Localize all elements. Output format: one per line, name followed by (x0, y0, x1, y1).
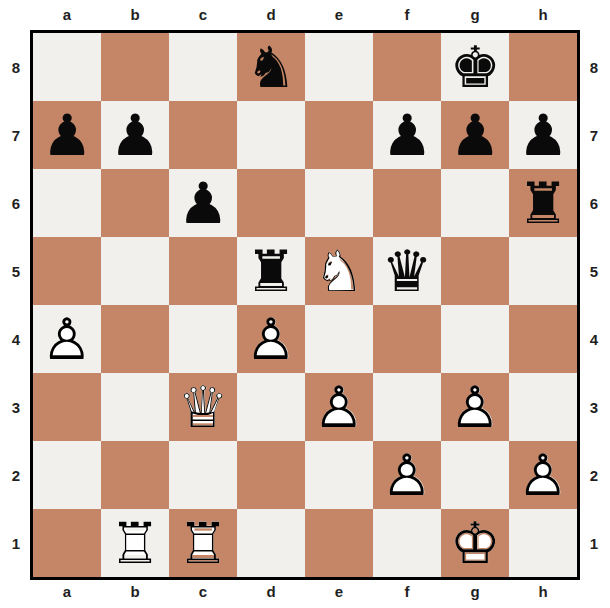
black-piece-glyph: ♟ (101, 101, 169, 169)
rank-label-8: 8 (582, 33, 606, 101)
black-piece-glyph: ♟ (373, 101, 441, 169)
file-label-d: d (237, 3, 305, 27)
rank-label-8: 8 (4, 33, 28, 101)
square-d4[interactable]: ♟♙ (237, 305, 305, 373)
square-b4[interactable] (101, 305, 169, 373)
white-piece-outline: ♙ (441, 373, 509, 441)
square-c3[interactable]: ♛♕ (169, 373, 237, 441)
black-pawn-g7[interactable]: ♟ (441, 101, 509, 169)
black-piece-glyph: ♟ (33, 101, 101, 169)
square-d8[interactable]: ♞ (237, 33, 305, 101)
square-e4[interactable] (305, 305, 373, 373)
white-pawn-f2[interactable]: ♟♙ (373, 441, 441, 509)
file-label-g: g (441, 3, 509, 27)
white-piece-outline: ♕ (169, 373, 237, 441)
square-f4[interactable] (373, 305, 441, 373)
file-label-b: b (101, 580, 169, 604)
square-g5[interactable] (441, 237, 509, 305)
black-knight-d8[interactable]: ♞ (237, 33, 305, 101)
black-queen-f5[interactable]: ♛ (373, 237, 441, 305)
square-g3[interactable]: ♟♙ (441, 373, 509, 441)
white-piece-outline: ♖ (169, 509, 237, 577)
black-piece-glyph: ♚ (441, 33, 509, 101)
white-queen-c3[interactable]: ♛♕ (169, 373, 237, 441)
rank-label-3: 3 (4, 373, 28, 441)
rank-label-2: 2 (582, 441, 606, 509)
white-piece-outline: ♙ (509, 441, 577, 509)
file-label-e: e (305, 3, 373, 27)
square-c8[interactable] (169, 33, 237, 101)
black-piece-glyph: ♟ (169, 169, 237, 237)
black-pawn-f7[interactable]: ♟ (373, 101, 441, 169)
square-h7[interactable]: ♟ (509, 101, 577, 169)
square-f8[interactable] (373, 33, 441, 101)
white-pawn-g3[interactable]: ♟♙ (441, 373, 509, 441)
file-label-a: a (33, 580, 101, 604)
square-d6[interactable] (237, 169, 305, 237)
square-h4[interactable] (509, 305, 577, 373)
square-h8[interactable] (509, 33, 577, 101)
white-pawn-e3[interactable]: ♟♙ (305, 373, 373, 441)
square-e7[interactable] (305, 101, 373, 169)
square-g4[interactable] (441, 305, 509, 373)
rank-label-6: 6 (4, 169, 28, 237)
white-pawn-d4[interactable]: ♟♙ (237, 305, 305, 373)
rank-label-1: 1 (582, 509, 606, 577)
square-d1[interactable] (237, 509, 305, 577)
white-rook-c1[interactable]: ♜♖ (169, 509, 237, 577)
black-rook-h6[interactable]: ♜ (509, 169, 577, 237)
square-h3[interactable] (509, 373, 577, 441)
white-pawn-h2[interactable]: ♟♙ (509, 441, 577, 509)
rank-label-7: 7 (582, 101, 606, 169)
square-b1[interactable]: ♜♖ (101, 509, 169, 577)
rank-label-7: 7 (4, 101, 28, 169)
square-b2[interactable] (101, 441, 169, 509)
rank-label-1: 1 (4, 509, 28, 577)
square-c4[interactable] (169, 305, 237, 373)
square-c6[interactable]: ♟ (169, 169, 237, 237)
file-label-c: c (169, 3, 237, 27)
square-b7[interactable]: ♟ (101, 101, 169, 169)
black-piece-glyph: ♛ (373, 237, 441, 305)
square-c2[interactable] (169, 441, 237, 509)
rank-label-2: 2 (4, 441, 28, 509)
square-f2[interactable]: ♟♙ (373, 441, 441, 509)
square-g1[interactable]: ♚♔ (441, 509, 509, 577)
white-knight-e5[interactable]: ♞♘ (305, 237, 373, 305)
file-label-e: e (305, 580, 373, 604)
file-label-f: f (373, 3, 441, 27)
square-g8[interactable]: ♚ (441, 33, 509, 101)
square-c7[interactable] (169, 101, 237, 169)
square-a2[interactable] (33, 441, 101, 509)
square-d3[interactable] (237, 373, 305, 441)
white-king-g1[interactable]: ♚♔ (441, 509, 509, 577)
black-pawn-h7[interactable]: ♟ (509, 101, 577, 169)
white-rook-b1[interactable]: ♜♖ (101, 509, 169, 577)
rank-label-5: 5 (4, 237, 28, 305)
square-f1[interactable] (373, 509, 441, 577)
black-piece-glyph: ♞ (237, 33, 305, 101)
square-b5[interactable] (101, 237, 169, 305)
chess-board: ♞♚♟♟♟♟♟♟♜♜♞♘♛♟♙♟♙♛♕♟♙♟♙♟♙♟♙♜♖♜♖♚♔ (30, 30, 580, 580)
square-d7[interactable] (237, 101, 305, 169)
rank-label-6: 6 (582, 169, 606, 237)
square-f5[interactable]: ♛ (373, 237, 441, 305)
file-label-f: f (373, 580, 441, 604)
file-label-b: b (101, 3, 169, 27)
square-e3[interactable]: ♟♙ (305, 373, 373, 441)
rank-label-5: 5 (582, 237, 606, 305)
black-pawn-c6[interactable]: ♟ (169, 169, 237, 237)
white-piece-outline: ♘ (305, 237, 373, 305)
white-piece-outline: ♙ (237, 305, 305, 373)
square-h6[interactable]: ♜ (509, 169, 577, 237)
rank-label-4: 4 (582, 305, 606, 373)
file-label-d: d (237, 580, 305, 604)
black-piece-glyph: ♜ (509, 169, 577, 237)
black-pawn-b7[interactable]: ♟ (101, 101, 169, 169)
file-labels-bottom: abcdefgh (33, 580, 577, 604)
file-label-g: g (441, 580, 509, 604)
white-piece-outline: ♙ (305, 373, 373, 441)
black-pawn-a7[interactable]: ♟ (33, 101, 101, 169)
file-label-c: c (169, 580, 237, 604)
square-g6[interactable] (441, 169, 509, 237)
square-g2[interactable] (441, 441, 509, 509)
file-labels-top: abcdefgh (33, 3, 577, 27)
square-h1[interactable] (509, 509, 577, 577)
square-h5[interactable] (509, 237, 577, 305)
white-piece-outline: ♙ (33, 305, 101, 373)
square-b3[interactable] (101, 373, 169, 441)
black-rook-d5[interactable]: ♜ (237, 237, 305, 305)
square-a8[interactable] (33, 33, 101, 101)
black-piece-glyph: ♜ (237, 237, 305, 305)
white-piece-outline: ♙ (373, 441, 441, 509)
rank-labels-left: 87654321 (4, 33, 28, 577)
square-f3[interactable] (373, 373, 441, 441)
square-g7[interactable]: ♟ (441, 101, 509, 169)
square-e5[interactable]: ♞♘ (305, 237, 373, 305)
chess-diagram: abcdefgh 87654321 ♞♚♟♟♟♟♟♟♜♜♞♘♛♟♙♟♙♛♕♟♙♟… (0, 0, 610, 608)
square-a6[interactable] (33, 169, 101, 237)
square-h2[interactable]: ♟♙ (509, 441, 577, 509)
square-a3[interactable] (33, 373, 101, 441)
square-a5[interactable] (33, 237, 101, 305)
square-e1[interactable] (305, 509, 373, 577)
square-e2[interactable] (305, 441, 373, 509)
black-king-g8[interactable]: ♚ (441, 33, 509, 101)
square-c1[interactable]: ♜♖ (169, 509, 237, 577)
square-e6[interactable] (305, 169, 373, 237)
white-pawn-a4[interactable]: ♟♙ (33, 305, 101, 373)
rank-labels-right: 87654321 (582, 33, 606, 577)
square-b6[interactable] (101, 169, 169, 237)
square-b8[interactable] (101, 33, 169, 101)
file-label-h: h (509, 580, 577, 604)
black-piece-glyph: ♟ (509, 101, 577, 169)
square-d2[interactable] (237, 441, 305, 509)
black-piece-glyph: ♟ (441, 101, 509, 169)
rank-label-4: 4 (4, 305, 28, 373)
white-piece-outline: ♖ (101, 509, 169, 577)
file-label-a: a (33, 3, 101, 27)
square-a4[interactable]: ♟♙ (33, 305, 101, 373)
square-d5[interactable]: ♜ (237, 237, 305, 305)
rank-label-3: 3 (582, 373, 606, 441)
square-f7[interactable]: ♟ (373, 101, 441, 169)
white-piece-outline: ♔ (441, 509, 509, 577)
square-a7[interactable]: ♟ (33, 101, 101, 169)
file-label-h: h (509, 3, 577, 27)
square-c5[interactable] (169, 237, 237, 305)
square-e8[interactable] (305, 33, 373, 101)
square-f6[interactable] (373, 169, 441, 237)
square-a1[interactable] (33, 509, 101, 577)
